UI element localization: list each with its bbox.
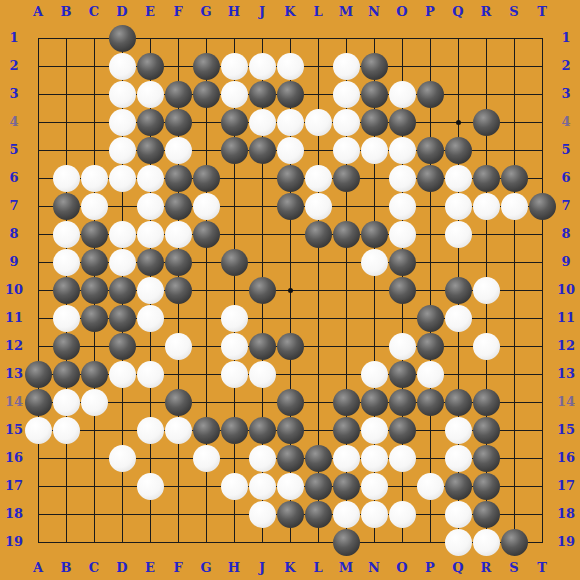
- intersection-R7[interactable]: [472, 192, 500, 220]
- intersection-Q5[interactable]: [444, 136, 472, 164]
- intersection-F16[interactable]: [164, 444, 192, 472]
- intersection-E9[interactable]: [136, 248, 164, 276]
- intersection-T5[interactable]: [528, 136, 556, 164]
- intersection-F13[interactable]: [164, 360, 192, 388]
- intersection-B14[interactable]: [52, 388, 80, 416]
- intersection-J8[interactable]: [248, 220, 276, 248]
- intersection-H13[interactable]: [220, 360, 248, 388]
- intersection-L15[interactable]: [304, 416, 332, 444]
- intersection-R4[interactable]: [472, 108, 500, 136]
- intersection-M6[interactable]: [332, 164, 360, 192]
- intersection-H15[interactable]: [220, 416, 248, 444]
- intersection-D16[interactable]: [108, 444, 136, 472]
- intersection-B15[interactable]: [52, 416, 80, 444]
- intersection-D18[interactable]: [108, 500, 136, 528]
- intersection-M12[interactable]: [332, 332, 360, 360]
- intersection-H19[interactable]: [220, 528, 248, 556]
- intersection-M14[interactable]: [332, 388, 360, 416]
- intersection-Q3[interactable]: [444, 80, 472, 108]
- intersection-C1[interactable]: [80, 24, 108, 52]
- intersection-S5[interactable]: [500, 136, 528, 164]
- intersection-A10[interactable]: [24, 276, 52, 304]
- intersection-P18[interactable]: [416, 500, 444, 528]
- intersection-G17[interactable]: [192, 472, 220, 500]
- intersection-J12[interactable]: [248, 332, 276, 360]
- intersection-R6[interactable]: [472, 164, 500, 192]
- intersection-Q15[interactable]: [444, 416, 472, 444]
- intersection-E10[interactable]: [136, 276, 164, 304]
- intersection-E15[interactable]: [136, 416, 164, 444]
- intersection-L7[interactable]: [304, 192, 332, 220]
- intersection-O6[interactable]: [388, 164, 416, 192]
- intersection-E6[interactable]: [136, 164, 164, 192]
- intersection-O17[interactable]: [388, 472, 416, 500]
- intersection-S11[interactable]: [500, 304, 528, 332]
- intersection-L8[interactable]: [304, 220, 332, 248]
- intersection-Q1[interactable]: [444, 24, 472, 52]
- intersection-L13[interactable]: [304, 360, 332, 388]
- intersection-M9[interactable]: [332, 248, 360, 276]
- intersection-G11[interactable]: [192, 304, 220, 332]
- intersection-H2[interactable]: [220, 52, 248, 80]
- intersection-G16[interactable]: [192, 444, 220, 472]
- intersection-M19[interactable]: [332, 528, 360, 556]
- intersection-T9[interactable]: [528, 248, 556, 276]
- intersection-N6[interactable]: [360, 164, 388, 192]
- intersection-E1[interactable]: [136, 24, 164, 52]
- intersection-H11[interactable]: [220, 304, 248, 332]
- intersection-F7[interactable]: [164, 192, 192, 220]
- intersection-L3[interactable]: [304, 80, 332, 108]
- intersection-E19[interactable]: [136, 528, 164, 556]
- intersection-S12[interactable]: [500, 332, 528, 360]
- intersection-Q11[interactable]: [444, 304, 472, 332]
- intersection-T15[interactable]: [528, 416, 556, 444]
- intersection-B6[interactable]: [52, 164, 80, 192]
- intersection-T13[interactable]: [528, 360, 556, 388]
- intersection-E11[interactable]: [136, 304, 164, 332]
- intersection-G5[interactable]: [192, 136, 220, 164]
- intersection-H14[interactable]: [220, 388, 248, 416]
- intersection-K13[interactable]: [276, 360, 304, 388]
- intersection-E5[interactable]: [136, 136, 164, 164]
- intersection-J16[interactable]: [248, 444, 276, 472]
- intersection-B12[interactable]: [52, 332, 80, 360]
- intersection-L6[interactable]: [304, 164, 332, 192]
- intersection-A19[interactable]: [24, 528, 52, 556]
- intersection-C15[interactable]: [80, 416, 108, 444]
- intersection-C16[interactable]: [80, 444, 108, 472]
- intersection-K2[interactable]: [276, 52, 304, 80]
- intersection-D8[interactable]: [108, 220, 136, 248]
- intersection-O11[interactable]: [388, 304, 416, 332]
- intersection-M16[interactable]: [332, 444, 360, 472]
- intersection-G3[interactable]: [192, 80, 220, 108]
- intersection-D10[interactable]: [108, 276, 136, 304]
- intersection-N10[interactable]: [360, 276, 388, 304]
- intersection-G9[interactable]: [192, 248, 220, 276]
- intersection-K15[interactable]: [276, 416, 304, 444]
- intersection-A3[interactable]: [24, 80, 52, 108]
- intersection-A11[interactable]: [24, 304, 52, 332]
- intersection-L10[interactable]: [304, 276, 332, 304]
- intersection-Q4[interactable]: [444, 108, 472, 136]
- intersection-B13[interactable]: [52, 360, 80, 388]
- intersection-G12[interactable]: [192, 332, 220, 360]
- intersection-P5[interactable]: [416, 136, 444, 164]
- intersection-T11[interactable]: [528, 304, 556, 332]
- intersection-D15[interactable]: [108, 416, 136, 444]
- intersection-D11[interactable]: [108, 304, 136, 332]
- intersection-D3[interactable]: [108, 80, 136, 108]
- intersection-P8[interactable]: [416, 220, 444, 248]
- intersection-D9[interactable]: [108, 248, 136, 276]
- intersection-T19[interactable]: [528, 528, 556, 556]
- intersection-B1[interactable]: [52, 24, 80, 52]
- intersection-T1[interactable]: [528, 24, 556, 52]
- intersection-K11[interactable]: [276, 304, 304, 332]
- intersection-L11[interactable]: [304, 304, 332, 332]
- intersection-H4[interactable]: [220, 108, 248, 136]
- intersection-C3[interactable]: [80, 80, 108, 108]
- intersection-R2[interactable]: [472, 52, 500, 80]
- intersection-L1[interactable]: [304, 24, 332, 52]
- intersection-M7[interactable]: [332, 192, 360, 220]
- intersection-H5[interactable]: [220, 136, 248, 164]
- intersection-N15[interactable]: [360, 416, 388, 444]
- intersection-K16[interactable]: [276, 444, 304, 472]
- intersection-O8[interactable]: [388, 220, 416, 248]
- intersection-B10[interactable]: [52, 276, 80, 304]
- intersection-M4[interactable]: [332, 108, 360, 136]
- intersection-N11[interactable]: [360, 304, 388, 332]
- intersection-O16[interactable]: [388, 444, 416, 472]
- intersection-F11[interactable]: [164, 304, 192, 332]
- intersection-H7[interactable]: [220, 192, 248, 220]
- intersection-T8[interactable]: [528, 220, 556, 248]
- intersection-F1[interactable]: [164, 24, 192, 52]
- intersection-E14[interactable]: [136, 388, 164, 416]
- intersection-Q9[interactable]: [444, 248, 472, 276]
- intersection-P14[interactable]: [416, 388, 444, 416]
- intersection-P1[interactable]: [416, 24, 444, 52]
- intersection-G8[interactable]: [192, 220, 220, 248]
- intersection-K18[interactable]: [276, 500, 304, 528]
- intersection-N2[interactable]: [360, 52, 388, 80]
- intersection-N12[interactable]: [360, 332, 388, 360]
- intersection-K12[interactable]: [276, 332, 304, 360]
- intersection-N3[interactable]: [360, 80, 388, 108]
- intersection-A18[interactable]: [24, 500, 52, 528]
- intersection-O3[interactable]: [388, 80, 416, 108]
- intersection-T4[interactable]: [528, 108, 556, 136]
- intersection-S13[interactable]: [500, 360, 528, 388]
- intersection-L16[interactable]: [304, 444, 332, 472]
- intersection-P3[interactable]: [416, 80, 444, 108]
- intersection-Q17[interactable]: [444, 472, 472, 500]
- intersection-B11[interactable]: [52, 304, 80, 332]
- intersection-D17[interactable]: [108, 472, 136, 500]
- intersection-A17[interactable]: [24, 472, 52, 500]
- intersection-O15[interactable]: [388, 416, 416, 444]
- intersection-J10[interactable]: [248, 276, 276, 304]
- intersection-M2[interactable]: [332, 52, 360, 80]
- intersection-T6[interactable]: [528, 164, 556, 192]
- intersection-D4[interactable]: [108, 108, 136, 136]
- intersection-O10[interactable]: [388, 276, 416, 304]
- intersection-F14[interactable]: [164, 388, 192, 416]
- intersection-K4[interactable]: [276, 108, 304, 136]
- intersection-P6[interactable]: [416, 164, 444, 192]
- intersection-P7[interactable]: [416, 192, 444, 220]
- intersection-E16[interactable]: [136, 444, 164, 472]
- intersection-F17[interactable]: [164, 472, 192, 500]
- intersection-J13[interactable]: [248, 360, 276, 388]
- intersection-S4[interactable]: [500, 108, 528, 136]
- intersection-A7[interactable]: [24, 192, 52, 220]
- intersection-T2[interactable]: [528, 52, 556, 80]
- intersection-F9[interactable]: [164, 248, 192, 276]
- intersection-S15[interactable]: [500, 416, 528, 444]
- intersection-S18[interactable]: [500, 500, 528, 528]
- intersection-J7[interactable]: [248, 192, 276, 220]
- intersection-N8[interactable]: [360, 220, 388, 248]
- intersection-A6[interactable]: [24, 164, 52, 192]
- intersection-O12[interactable]: [388, 332, 416, 360]
- intersection-C14[interactable]: [80, 388, 108, 416]
- intersection-J18[interactable]: [248, 500, 276, 528]
- intersection-A13[interactable]: [24, 360, 52, 388]
- intersection-J3[interactable]: [248, 80, 276, 108]
- intersection-M5[interactable]: [332, 136, 360, 164]
- intersection-S14[interactable]: [500, 388, 528, 416]
- intersection-K10[interactable]: [276, 276, 304, 304]
- intersection-B7[interactable]: [52, 192, 80, 220]
- intersection-H1[interactable]: [220, 24, 248, 52]
- intersection-R19[interactable]: [472, 528, 500, 556]
- intersection-P9[interactable]: [416, 248, 444, 276]
- intersection-N9[interactable]: [360, 248, 388, 276]
- intersection-M15[interactable]: [332, 416, 360, 444]
- intersection-P11[interactable]: [416, 304, 444, 332]
- intersection-F3[interactable]: [164, 80, 192, 108]
- intersection-K9[interactable]: [276, 248, 304, 276]
- intersection-A16[interactable]: [24, 444, 52, 472]
- intersection-M1[interactable]: [332, 24, 360, 52]
- intersection-A12[interactable]: [24, 332, 52, 360]
- intersection-K7[interactable]: [276, 192, 304, 220]
- intersection-R1[interactable]: [472, 24, 500, 52]
- intersection-T18[interactable]: [528, 500, 556, 528]
- intersection-S2[interactable]: [500, 52, 528, 80]
- intersection-K19[interactable]: [276, 528, 304, 556]
- intersection-L9[interactable]: [304, 248, 332, 276]
- intersection-R5[interactable]: [472, 136, 500, 164]
- intersection-L12[interactable]: [304, 332, 332, 360]
- intersection-O13[interactable]: [388, 360, 416, 388]
- intersection-B2[interactable]: [52, 52, 80, 80]
- intersection-J6[interactable]: [248, 164, 276, 192]
- intersection-L14[interactable]: [304, 388, 332, 416]
- intersection-H12[interactable]: [220, 332, 248, 360]
- intersection-H17[interactable]: [220, 472, 248, 500]
- intersection-B3[interactable]: [52, 80, 80, 108]
- intersection-P4[interactable]: [416, 108, 444, 136]
- intersection-O4[interactable]: [388, 108, 416, 136]
- intersection-G19[interactable]: [192, 528, 220, 556]
- intersection-B18[interactable]: [52, 500, 80, 528]
- intersection-S8[interactable]: [500, 220, 528, 248]
- intersection-B5[interactable]: [52, 136, 80, 164]
- intersection-J14[interactable]: [248, 388, 276, 416]
- intersection-E13[interactable]: [136, 360, 164, 388]
- intersection-O9[interactable]: [388, 248, 416, 276]
- intersection-R18[interactable]: [472, 500, 500, 528]
- intersection-B16[interactable]: [52, 444, 80, 472]
- intersection-C6[interactable]: [80, 164, 108, 192]
- intersection-A9[interactable]: [24, 248, 52, 276]
- intersection-K14[interactable]: [276, 388, 304, 416]
- intersection-J19[interactable]: [248, 528, 276, 556]
- intersection-R3[interactable]: [472, 80, 500, 108]
- intersection-O1[interactable]: [388, 24, 416, 52]
- intersection-B9[interactable]: [52, 248, 80, 276]
- intersection-P13[interactable]: [416, 360, 444, 388]
- intersection-N18[interactable]: [360, 500, 388, 528]
- intersection-Q10[interactable]: [444, 276, 472, 304]
- intersection-P17[interactable]: [416, 472, 444, 500]
- intersection-Q18[interactable]: [444, 500, 472, 528]
- intersection-N17[interactable]: [360, 472, 388, 500]
- intersection-S10[interactable]: [500, 276, 528, 304]
- intersection-T10[interactable]: [528, 276, 556, 304]
- intersection-J9[interactable]: [248, 248, 276, 276]
- intersection-R8[interactable]: [472, 220, 500, 248]
- intersection-F12[interactable]: [164, 332, 192, 360]
- intersection-C13[interactable]: [80, 360, 108, 388]
- intersection-D2[interactable]: [108, 52, 136, 80]
- intersection-J1[interactable]: [248, 24, 276, 52]
- intersection-P16[interactable]: [416, 444, 444, 472]
- intersection-P19[interactable]: [416, 528, 444, 556]
- intersection-E17[interactable]: [136, 472, 164, 500]
- intersection-H9[interactable]: [220, 248, 248, 276]
- intersection-C19[interactable]: [80, 528, 108, 556]
- intersection-S9[interactable]: [500, 248, 528, 276]
- intersection-O14[interactable]: [388, 388, 416, 416]
- intersection-M3[interactable]: [332, 80, 360, 108]
- intersection-E4[interactable]: [136, 108, 164, 136]
- intersection-K17[interactable]: [276, 472, 304, 500]
- intersection-Q13[interactable]: [444, 360, 472, 388]
- intersection-T14[interactable]: [528, 388, 556, 416]
- intersection-M18[interactable]: [332, 500, 360, 528]
- intersection-C10[interactable]: [80, 276, 108, 304]
- intersection-K6[interactable]: [276, 164, 304, 192]
- intersection-B8[interactable]: [52, 220, 80, 248]
- intersection-R16[interactable]: [472, 444, 500, 472]
- intersection-N16[interactable]: [360, 444, 388, 472]
- intersection-B19[interactable]: [52, 528, 80, 556]
- intersection-E2[interactable]: [136, 52, 164, 80]
- intersection-L17[interactable]: [304, 472, 332, 500]
- intersection-A4[interactable]: [24, 108, 52, 136]
- intersection-O2[interactable]: [388, 52, 416, 80]
- intersection-D14[interactable]: [108, 388, 136, 416]
- intersection-S6[interactable]: [500, 164, 528, 192]
- intersection-E8[interactable]: [136, 220, 164, 248]
- intersection-A14[interactable]: [24, 388, 52, 416]
- intersection-R10[interactable]: [472, 276, 500, 304]
- intersection-K5[interactable]: [276, 136, 304, 164]
- intersection-K8[interactable]: [276, 220, 304, 248]
- intersection-S17[interactable]: [500, 472, 528, 500]
- intersection-D12[interactable]: [108, 332, 136, 360]
- intersection-E12[interactable]: [136, 332, 164, 360]
- intersection-D13[interactable]: [108, 360, 136, 388]
- intersection-F2[interactable]: [164, 52, 192, 80]
- intersection-M11[interactable]: [332, 304, 360, 332]
- intersection-Q19[interactable]: [444, 528, 472, 556]
- intersection-R11[interactable]: [472, 304, 500, 332]
- intersection-R17[interactable]: [472, 472, 500, 500]
- intersection-T7[interactable]: [528, 192, 556, 220]
- intersection-B4[interactable]: [52, 108, 80, 136]
- intersection-G14[interactable]: [192, 388, 220, 416]
- intersection-G7[interactable]: [192, 192, 220, 220]
- intersection-L5[interactable]: [304, 136, 332, 164]
- intersection-N14[interactable]: [360, 388, 388, 416]
- intersection-C9[interactable]: [80, 248, 108, 276]
- intersection-M10[interactable]: [332, 276, 360, 304]
- intersection-G18[interactable]: [192, 500, 220, 528]
- intersection-O18[interactable]: [388, 500, 416, 528]
- intersection-H18[interactable]: [220, 500, 248, 528]
- intersection-F18[interactable]: [164, 500, 192, 528]
- intersection-E18[interactable]: [136, 500, 164, 528]
- intersection-Q16[interactable]: [444, 444, 472, 472]
- intersection-C11[interactable]: [80, 304, 108, 332]
- intersection-D6[interactable]: [108, 164, 136, 192]
- intersection-H16[interactable]: [220, 444, 248, 472]
- intersection-F10[interactable]: [164, 276, 192, 304]
- intersection-R14[interactable]: [472, 388, 500, 416]
- intersection-O19[interactable]: [388, 528, 416, 556]
- intersection-B17[interactable]: [52, 472, 80, 500]
- intersection-Q7[interactable]: [444, 192, 472, 220]
- intersection-L2[interactable]: [304, 52, 332, 80]
- intersection-F5[interactable]: [164, 136, 192, 164]
- intersection-C4[interactable]: [80, 108, 108, 136]
- intersection-P10[interactable]: [416, 276, 444, 304]
- intersection-S1[interactable]: [500, 24, 528, 52]
- intersection-P12[interactable]: [416, 332, 444, 360]
- intersection-P2[interactable]: [416, 52, 444, 80]
- intersection-L19[interactable]: [304, 528, 332, 556]
- intersection-Q14[interactable]: [444, 388, 472, 416]
- intersection-C2[interactable]: [80, 52, 108, 80]
- intersection-S7[interactable]: [500, 192, 528, 220]
- intersection-F15[interactable]: [164, 416, 192, 444]
- intersection-G2[interactable]: [192, 52, 220, 80]
- intersection-S19[interactable]: [500, 528, 528, 556]
- intersection-C12[interactable]: [80, 332, 108, 360]
- intersection-H3[interactable]: [220, 80, 248, 108]
- intersection-T17[interactable]: [528, 472, 556, 500]
- intersection-Q8[interactable]: [444, 220, 472, 248]
- intersection-F19[interactable]: [164, 528, 192, 556]
- intersection-M8[interactable]: [332, 220, 360, 248]
